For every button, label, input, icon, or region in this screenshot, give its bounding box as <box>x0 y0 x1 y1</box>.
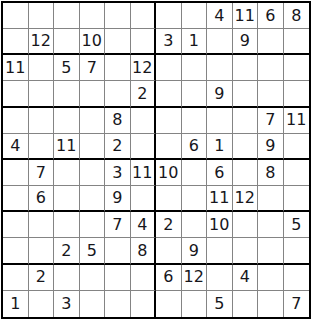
given-digit: 2 <box>137 86 147 102</box>
cell-r4c11[interactable] <box>258 81 284 107</box>
cell-r12c11[interactable] <box>258 291 284 317</box>
cell-r1c2[interactable] <box>29 3 55 29</box>
cell-r5c7[interactable] <box>156 108 182 134</box>
cell-r6c1[interactable]: 4 <box>3 134 29 160</box>
given-digit: 9 <box>189 243 199 259</box>
cell-r4c9[interactable]: 9 <box>207 81 233 107</box>
given-digit: 10 <box>158 165 178 181</box>
cell-r11c4[interactable] <box>80 265 106 291</box>
cell-r3c4[interactable]: 7 <box>80 55 106 81</box>
cell-r12c5[interactable] <box>105 291 131 317</box>
cell-r6c7[interactable] <box>156 134 182 160</box>
given-digit: 9 <box>112 190 122 206</box>
cell-r6c12[interactable] <box>284 134 310 160</box>
cell-r1c4[interactable] <box>80 3 106 29</box>
cell-r4c12[interactable] <box>284 81 310 107</box>
cell-r2c11[interactable] <box>258 29 284 55</box>
cell-r12c2[interactable] <box>29 291 55 317</box>
cell-r3c8[interactable] <box>182 55 208 81</box>
cell-r10c12[interactable] <box>284 238 310 264</box>
cell-r12c6[interactable] <box>131 291 157 317</box>
cell-r10c10[interactable] <box>233 238 259 264</box>
cell-r2c12[interactable] <box>284 29 310 55</box>
cell-r4c1[interactable] <box>3 81 29 107</box>
cell-r5c11[interactable]: 7 <box>258 108 284 134</box>
cell-r9c1[interactable] <box>3 212 29 238</box>
given-digit: 4 <box>240 269 250 285</box>
cell-r1c10[interactable]: 11 <box>233 3 259 29</box>
given-digit: 8 <box>265 165 275 181</box>
cell-r12c10[interactable] <box>233 291 259 317</box>
cell-r6c2[interactable] <box>29 134 55 160</box>
cell-r10c4[interactable]: 5 <box>80 238 106 264</box>
cell-r1c7[interactable] <box>156 3 182 29</box>
cell-r11c8[interactable]: 12 <box>182 265 208 291</box>
cell-r8c1[interactable] <box>3 186 29 212</box>
cell-r7c11[interactable]: 8 <box>258 160 284 186</box>
given-digit: 2 <box>112 138 122 154</box>
cell-r5c1[interactable] <box>3 108 29 134</box>
cell-r2c2[interactable]: 12 <box>29 29 55 55</box>
cell-r10c2[interactable] <box>29 238 55 264</box>
cell-r2c10[interactable]: 9 <box>233 29 259 55</box>
given-digit: 2 <box>61 243 71 259</box>
cell-r8c8[interactable] <box>182 186 208 212</box>
cell-r4c2[interactable] <box>29 81 55 107</box>
given-digit: 2 <box>36 269 46 285</box>
cell-r7c4[interactable] <box>80 160 106 186</box>
cell-r12c12[interactable]: 7 <box>284 291 310 317</box>
cell-r7c5[interactable]: 3 <box>105 160 131 186</box>
given-digit: 11 <box>235 8 255 24</box>
cell-r8c3[interactable] <box>54 186 80 212</box>
cell-r9c5[interactable]: 7 <box>105 212 131 238</box>
cell-r8c2[interactable]: 6 <box>29 186 55 212</box>
given-digit: 7 <box>87 60 97 76</box>
cell-r10c8[interactable]: 9 <box>182 238 208 264</box>
cell-r7c7[interactable]: 10 <box>156 160 182 186</box>
cell-r8c6[interactable] <box>131 186 157 212</box>
cell-r2c4[interactable]: 10 <box>80 29 106 55</box>
cell-r12c9[interactable]: 5 <box>207 291 233 317</box>
given-digit: 10 <box>209 217 229 233</box>
cell-r9c12[interactable]: 5 <box>284 212 310 238</box>
cell-r9c8[interactable] <box>182 212 208 238</box>
cell-r8c4[interactable] <box>80 186 106 212</box>
given-digit: 11 <box>209 190 229 206</box>
cell-r1c3[interactable] <box>54 3 80 29</box>
given-digit: 4 <box>137 217 147 233</box>
cell-r11c2[interactable]: 2 <box>29 265 55 291</box>
cell-r11c6[interactable] <box>131 265 157 291</box>
cell-r6c10[interactable] <box>233 134 259 160</box>
given-digit: 6 <box>265 8 275 24</box>
cell-r11c1[interactable] <box>3 265 29 291</box>
cell-r7c10[interactable] <box>233 160 259 186</box>
cell-r2c9[interactable] <box>207 29 233 55</box>
given-digit: 7 <box>265 112 275 128</box>
given-digit: 12 <box>235 190 255 206</box>
cell-r2c6[interactable] <box>131 29 157 55</box>
cell-r4c5[interactable] <box>105 81 131 107</box>
cell-r4c6[interactable]: 2 <box>131 81 157 107</box>
given-digit: 1 <box>10 296 20 312</box>
cell-r10c6[interactable]: 8 <box>131 238 157 264</box>
cell-r3c1[interactable]: 11 <box>3 55 29 81</box>
cell-r11c11[interactable] <box>258 265 284 291</box>
cell-r8c12[interactable] <box>284 186 310 212</box>
cell-r8c7[interactable] <box>156 186 182 212</box>
cell-r2c7[interactable]: 3 <box>156 29 182 55</box>
given-digit: 8 <box>291 8 301 24</box>
cell-r9c11[interactable] <box>258 212 284 238</box>
sudoku-board: 4116812103191157122987114112619731110686… <box>1 1 311 319</box>
cell-r4c3[interactable] <box>54 81 80 107</box>
cell-r9c7[interactable]: 2 <box>156 212 182 238</box>
cell-r11c10[interactable]: 4 <box>233 265 259 291</box>
given-digit: 11 <box>132 165 152 181</box>
cell-r9c9[interactable]: 10 <box>207 212 233 238</box>
cell-r2c3[interactable] <box>54 29 80 55</box>
given-digit: 5 <box>214 296 224 312</box>
cell-r2c5[interactable] <box>105 29 131 55</box>
given-digit: 9 <box>265 138 275 154</box>
given-digit: 10 <box>82 33 102 49</box>
given-digit: 8 <box>112 112 122 128</box>
cell-r8c10[interactable]: 12 <box>233 186 259 212</box>
given-digit: 11 <box>5 60 25 76</box>
cell-r12c4[interactable] <box>80 291 106 317</box>
given-digit: 7 <box>112 217 122 233</box>
cell-r10c5[interactable] <box>105 238 131 264</box>
cell-r3c2[interactable] <box>29 55 55 81</box>
cell-r3c3[interactable]: 5 <box>54 55 80 81</box>
given-digit: 7 <box>291 296 301 312</box>
cell-r5c2[interactable] <box>29 108 55 134</box>
given-digit: 7 <box>36 165 46 181</box>
given-digit: 6 <box>163 269 173 285</box>
cell-r1c6[interactable] <box>131 3 157 29</box>
cell-r3c11[interactable] <box>258 55 284 81</box>
cell-r12c7[interactable] <box>156 291 182 317</box>
cell-r10c3[interactable]: 2 <box>54 238 80 264</box>
given-digit: 6 <box>36 190 46 206</box>
cell-r6c9[interactable]: 1 <box>207 134 233 160</box>
cell-r6c5[interactable]: 2 <box>105 134 131 160</box>
cell-r6c8[interactable]: 6 <box>182 134 208 160</box>
cell-r7c1[interactable] <box>3 160 29 186</box>
cell-r6c6[interactable] <box>131 134 157 160</box>
given-digit: 3 <box>112 165 122 181</box>
given-digit: 5 <box>61 60 71 76</box>
given-digit: 1 <box>189 33 199 49</box>
given-digit: 11 <box>56 138 76 154</box>
cell-r12c1[interactable]: 1 <box>3 291 29 317</box>
given-digit: 12 <box>31 33 51 49</box>
cell-r6c4[interactable] <box>80 134 106 160</box>
cell-r7c3[interactable] <box>54 160 80 186</box>
cell-r4c4[interactable] <box>80 81 106 107</box>
cell-r2c8[interactable]: 1 <box>182 29 208 55</box>
cell-r2c1[interactable] <box>3 29 29 55</box>
cell-r4c8[interactable] <box>182 81 208 107</box>
cell-r7c2[interactable]: 7 <box>29 160 55 186</box>
cell-r7c12[interactable] <box>284 160 310 186</box>
given-digit: 5 <box>291 217 301 233</box>
cell-r12c8[interactable] <box>182 291 208 317</box>
given-digit: 4 <box>10 138 20 154</box>
cell-r10c11[interactable] <box>258 238 284 264</box>
cell-r11c7[interactable]: 6 <box>156 265 182 291</box>
given-digit: 3 <box>61 296 71 312</box>
given-digit: 5 <box>87 243 97 259</box>
cell-r5c4[interactable] <box>80 108 106 134</box>
cell-r10c9[interactable] <box>207 238 233 264</box>
cell-r11c3[interactable] <box>54 265 80 291</box>
cell-r1c12[interactable]: 8 <box>284 3 310 29</box>
cell-r12c3[interactable]: 3 <box>54 291 80 317</box>
cell-r5c9[interactable] <box>207 108 233 134</box>
cell-r1c1[interactable] <box>3 3 29 29</box>
cell-r3c9[interactable] <box>207 55 233 81</box>
cell-r3c10[interactable] <box>233 55 259 81</box>
cell-r5c12[interactable]: 11 <box>284 108 310 134</box>
cell-r9c3[interactable] <box>54 212 80 238</box>
cell-r7c8[interactable] <box>182 160 208 186</box>
cell-r4c7[interactable] <box>156 81 182 107</box>
cell-r8c11[interactable] <box>258 186 284 212</box>
cell-r6c11[interactable]: 9 <box>258 134 284 160</box>
cell-r9c10[interactable] <box>233 212 259 238</box>
cell-r3c7[interactable] <box>156 55 182 81</box>
given-digit: 2 <box>163 217 173 233</box>
given-digit: 3 <box>163 33 173 49</box>
given-digit: 4 <box>214 8 224 24</box>
cell-r3c12[interactable] <box>284 55 310 81</box>
cell-r10c1[interactable] <box>3 238 29 264</box>
cell-r7c6[interactable]: 11 <box>131 160 157 186</box>
cell-r5c5[interactable]: 8 <box>105 108 131 134</box>
cell-r3c5[interactable] <box>105 55 131 81</box>
cell-r5c6[interactable] <box>131 108 157 134</box>
cell-r1c8[interactable] <box>182 3 208 29</box>
cell-r11c9[interactable] <box>207 265 233 291</box>
cell-r1c9[interactable]: 4 <box>207 3 233 29</box>
given-digit: 12 <box>184 269 204 285</box>
cell-r9c4[interactable] <box>80 212 106 238</box>
cell-r11c12[interactable] <box>284 265 310 291</box>
cell-r5c8[interactable] <box>182 108 208 134</box>
cell-r3c6[interactable]: 12 <box>131 55 157 81</box>
cell-r5c3[interactable] <box>54 108 80 134</box>
cell-r11c5[interactable] <box>105 265 131 291</box>
cell-r4c10[interactable] <box>233 81 259 107</box>
cell-r8c9[interactable]: 11 <box>207 186 233 212</box>
cell-r9c2[interactable] <box>29 212 55 238</box>
cell-r9c6[interactable]: 4 <box>131 212 157 238</box>
cell-r10c7[interactable] <box>156 238 182 264</box>
cell-r6c3[interactable]: 11 <box>54 134 80 160</box>
cell-r7c9[interactable]: 6 <box>207 160 233 186</box>
given-digit: 11 <box>286 112 306 128</box>
cell-r1c5[interactable] <box>105 3 131 29</box>
given-digit: 8 <box>137 243 147 259</box>
given-digit: 12 <box>132 60 152 76</box>
given-digit: 6 <box>189 138 199 154</box>
given-digit: 9 <box>240 33 250 49</box>
cell-r5c10[interactable] <box>233 108 259 134</box>
cell-r8c5[interactable]: 9 <box>105 186 131 212</box>
given-digit: 9 <box>214 86 224 102</box>
cell-r1c11[interactable]: 6 <box>258 3 284 29</box>
given-digit: 1 <box>214 138 224 154</box>
given-digit: 6 <box>214 165 224 181</box>
